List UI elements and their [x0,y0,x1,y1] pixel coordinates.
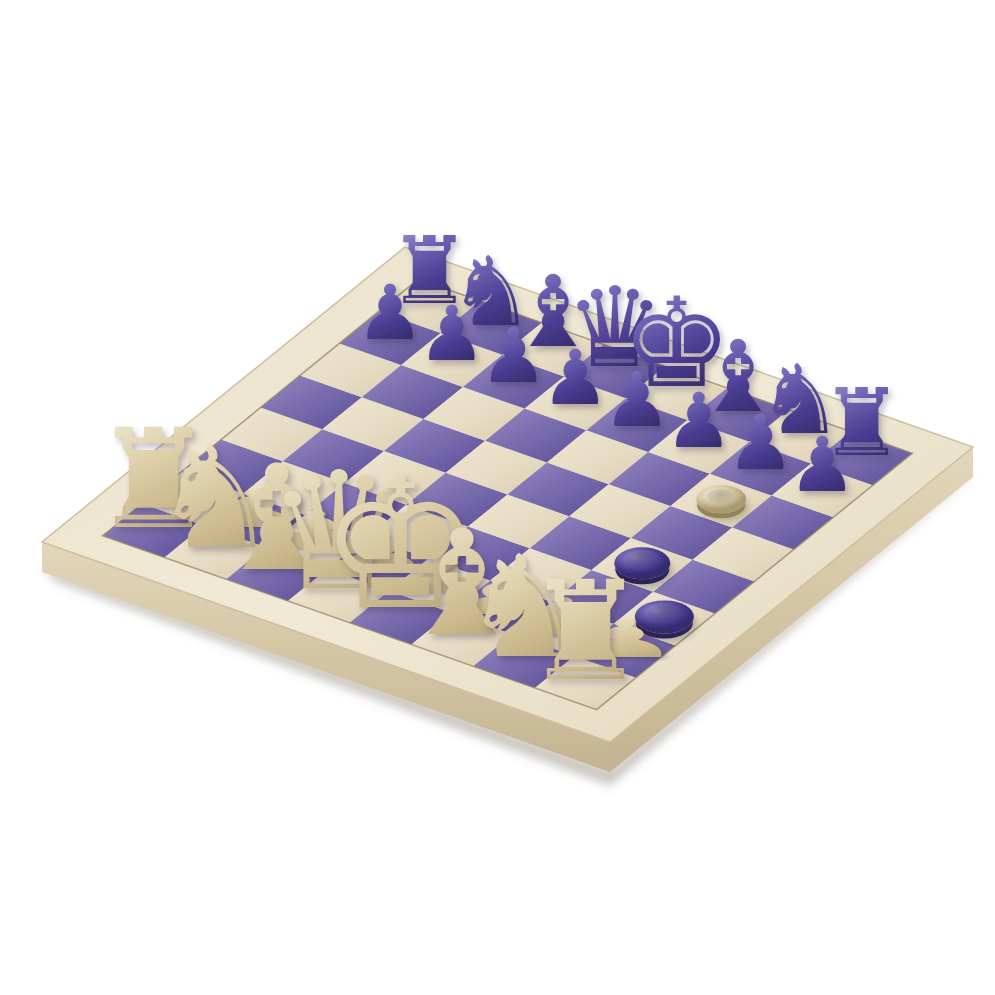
chessboard [0,0,995,995]
alabaster-chess-set-photo: ♜♞♝♛♚♝♞♜♟♟♟♟♟♟♟♟♟♟♟♟♟♟♟♟♜♞♝♛♚♝♞♜ [0,0,995,995]
